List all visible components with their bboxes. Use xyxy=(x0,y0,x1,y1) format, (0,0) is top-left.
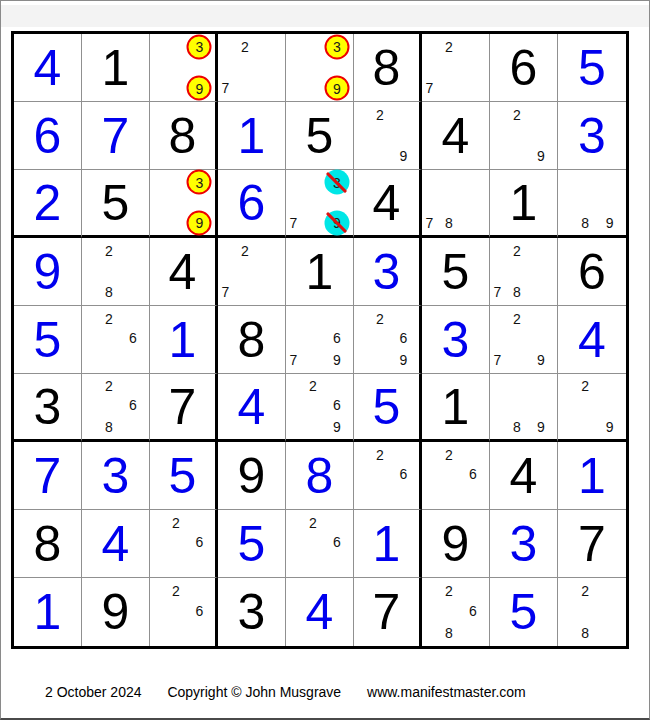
strike-line xyxy=(326,172,347,193)
cell-r7c4[interactable]: 9 xyxy=(218,442,286,510)
cell-value: 1 xyxy=(306,247,334,297)
pencil-mark: 8 xyxy=(445,626,453,640)
pencil-mark: 6 xyxy=(129,398,137,412)
footer: 2 October 2024 Copyright © John Musgrave… xyxy=(45,684,526,700)
cell-value: 5 xyxy=(578,43,606,93)
cell-r7c5[interactable]: 8 xyxy=(286,442,354,510)
cell-value: 1 xyxy=(238,111,266,161)
cell-r7c3[interactable]: 5 xyxy=(150,442,218,510)
pencil-mark: 9 xyxy=(606,216,614,230)
cell-r7c7[interactable]: 26 xyxy=(422,442,490,510)
pencil-mark: 6 xyxy=(129,331,137,345)
pencil-mark: 6 xyxy=(399,467,407,481)
cell-r3c8[interactable]: 1 xyxy=(490,170,558,238)
cell-value: 5 xyxy=(34,315,62,365)
cell-r5c6[interactable]: 269 xyxy=(354,306,422,374)
pencil-mark: 7 xyxy=(493,353,501,367)
pencil-mark: 9 xyxy=(537,420,545,434)
cell-value: 7 xyxy=(102,111,130,161)
cell-r8c4[interactable]: 5 xyxy=(218,510,286,578)
cell-value: 4 xyxy=(510,451,538,501)
cell-value: 1 xyxy=(34,587,62,637)
pencil-mark: 6 xyxy=(333,535,341,549)
pencil-mark: 2 xyxy=(513,312,521,326)
pencil-mark: 2 xyxy=(445,40,453,54)
cell-value: 9 xyxy=(238,451,266,501)
candidate-highlight-cyan-struck: 3 xyxy=(324,170,349,195)
cell-value: 3 xyxy=(238,587,266,637)
cell-r3c2[interactable]: 5 xyxy=(82,170,150,238)
cell-r3c1[interactable]: 2 xyxy=(14,170,82,238)
cell-r8c3[interactable]: 26 xyxy=(150,510,218,578)
candidate-highlight-yellow: 3 xyxy=(324,34,349,59)
cell-r5c1[interactable]: 5 xyxy=(14,306,82,374)
pencil-mark: 2 xyxy=(241,40,249,54)
cell-value: 3 xyxy=(34,382,62,432)
cell-value: 4 xyxy=(34,43,62,93)
cell-value: 5 xyxy=(442,247,470,297)
cell-r3c7[interactable]: 78 xyxy=(422,170,490,238)
cell-r7c1[interactable]: 7 xyxy=(14,442,82,510)
pencil-mark: 8 xyxy=(513,420,521,434)
cell-value: 7 xyxy=(578,519,606,569)
cell-r1c3[interactable]: 39 xyxy=(150,34,218,102)
cell-value: 5 xyxy=(306,111,334,161)
candidate-highlight-yellow: 9 xyxy=(324,76,349,101)
cell-value: 3 xyxy=(510,519,538,569)
cell-r3c5[interactable]: 739 xyxy=(286,170,354,238)
pencil-mark: 9 xyxy=(399,353,407,367)
cell-r1c1[interactable]: 4 xyxy=(14,34,82,102)
cell-value: 3 xyxy=(373,247,401,297)
cell-r5c9[interactable]: 4 xyxy=(558,306,626,374)
cell-r5c4[interactable]: 8 xyxy=(218,306,286,374)
cell-value: 6 xyxy=(238,178,266,228)
cell-r5c5[interactable]: 679 xyxy=(286,306,354,374)
cell-r2c7[interactable]: 4 xyxy=(422,102,490,170)
header-strip xyxy=(1,5,649,27)
pencil-mark: 6 xyxy=(469,604,477,618)
cell-r7c8[interactable]: 4 xyxy=(490,442,558,510)
pencil-mark: 7 xyxy=(425,216,433,230)
pencil-mark: 6 xyxy=(333,331,341,345)
pencil-mark: 7 xyxy=(493,285,501,299)
cell-value: 8 xyxy=(34,519,62,569)
cell-r1c5[interactable]: 39 xyxy=(286,34,354,102)
pencil-mark: 2 xyxy=(376,108,384,122)
pencil-mark: 7 xyxy=(289,353,297,367)
pencil-mark: 2 xyxy=(105,244,113,258)
cell-value: 1 xyxy=(169,315,197,365)
cell-r8c5[interactable]: 26 xyxy=(286,510,354,578)
pencil-mark: 2 xyxy=(376,448,384,462)
cell-value: 5 xyxy=(238,519,266,569)
cell-value: 9 xyxy=(34,247,62,297)
cell-r8c1[interactable]: 8 xyxy=(14,510,82,578)
cell-r6c1[interactable]: 3 xyxy=(14,374,82,442)
candidate-highlight-yellow: 9 xyxy=(187,76,212,101)
pencil-mark: 8 xyxy=(581,626,589,640)
pencil-mark: 7 xyxy=(221,285,229,299)
cell-value: 4 xyxy=(373,178,401,228)
pencil-mark: 6 xyxy=(195,604,203,618)
cell-value: 3 xyxy=(102,451,130,501)
cell-value: 5 xyxy=(169,451,197,501)
cell-value: 7 xyxy=(169,382,197,432)
cell-r2c4[interactable]: 1 xyxy=(218,102,286,170)
sudoku-board: 4139273982765678152942932539673947818992… xyxy=(11,31,629,649)
pencil-mark: 2 xyxy=(241,244,249,258)
pencil-mark: 2 xyxy=(309,379,317,393)
cell-r2c6[interactable]: 29 xyxy=(354,102,422,170)
cell-r8c8[interactable]: 3 xyxy=(490,510,558,578)
cell-value: 7 xyxy=(373,587,401,637)
cell-value: 4 xyxy=(578,315,606,365)
cell-value: 6 xyxy=(578,247,606,297)
cell-value: 8 xyxy=(238,315,266,365)
cell-value: 2 xyxy=(34,178,62,228)
cell-r7c2[interactable]: 3 xyxy=(82,442,150,510)
cell-value: 1 xyxy=(373,519,401,569)
cell-value: 8 xyxy=(373,43,401,93)
pencil-mark: 2 xyxy=(581,379,589,393)
pencil-mark: 7 xyxy=(221,81,229,95)
cell-r9c5[interactable]: 4 xyxy=(286,578,354,646)
cell-r3c4[interactable]: 6 xyxy=(218,170,286,238)
cell-r9c7[interactable]: 268 xyxy=(422,578,490,646)
pencil-mark: 2 xyxy=(172,516,180,530)
cell-r2c8[interactable]: 29 xyxy=(490,102,558,170)
cell-value: 8 xyxy=(169,111,197,161)
cell-r9c9[interactable]: 28 xyxy=(558,578,626,646)
cell-r4c4[interactable]: 27 xyxy=(218,238,286,306)
cell-value: 3 xyxy=(442,315,470,365)
pencil-mark: 2 xyxy=(581,584,589,598)
cell-r3c3[interactable]: 39 xyxy=(150,170,218,238)
cell-r9c1[interactable]: 1 xyxy=(14,578,82,646)
cell-value: 4 xyxy=(169,247,197,297)
cell-r4c2[interactable]: 28 xyxy=(82,238,150,306)
cell-r6c8[interactable]: 89 xyxy=(490,374,558,442)
pencil-mark: 2 xyxy=(172,584,180,598)
cell-r8c2[interactable]: 4 xyxy=(82,510,150,578)
pencil-mark: 9 xyxy=(537,353,545,367)
cell-value: 1 xyxy=(102,43,130,93)
cell-r6c2[interactable]: 268 xyxy=(82,374,150,442)
cell-r7c6[interactable]: 26 xyxy=(354,442,422,510)
cell-r9c8[interactable]: 5 xyxy=(490,578,558,646)
pencil-mark: 6 xyxy=(195,535,203,549)
footer-website: www.manifestmaster.com xyxy=(367,684,526,700)
cell-r5c7[interactable]: 3 xyxy=(422,306,490,374)
cell-r5c3[interactable]: 1 xyxy=(150,306,218,374)
cell-r8c6[interactable]: 1 xyxy=(354,510,422,578)
cell-r1c4[interactable]: 27 xyxy=(218,34,286,102)
pencil-mark: 2 xyxy=(309,516,317,530)
pencil-mark: 6 xyxy=(469,467,477,481)
candidate-highlight-yellow: 3 xyxy=(187,170,212,195)
cell-r1c9[interactable]: 5 xyxy=(558,34,626,102)
cell-r4c8[interactable]: 278 xyxy=(490,238,558,306)
cell-r1c8[interactable]: 6 xyxy=(490,34,558,102)
cell-r2c2[interactable]: 7 xyxy=(82,102,150,170)
cell-r8c9[interactable]: 7 xyxy=(558,510,626,578)
pencil-mark: 2 xyxy=(513,108,521,122)
cell-r1c7[interactable]: 27 xyxy=(422,34,490,102)
strike-line xyxy=(326,212,347,233)
cell-value: 1 xyxy=(510,178,538,228)
cell-value: 7 xyxy=(34,451,62,501)
candidate-highlight-yellow: 3 xyxy=(187,34,212,59)
pencil-mark: 8 xyxy=(105,420,113,434)
cell-r4c3[interactable]: 4 xyxy=(150,238,218,306)
cell-value: 9 xyxy=(442,519,470,569)
cell-r4c6[interactable]: 3 xyxy=(354,238,422,306)
pencil-mark: 2 xyxy=(445,584,453,598)
pencil-mark: 2 xyxy=(105,379,113,393)
cell-r4c9[interactable]: 6 xyxy=(558,238,626,306)
cell-value: 5 xyxy=(510,587,538,637)
cell-r9c6[interactable]: 7 xyxy=(354,578,422,646)
cell-value: 5 xyxy=(102,178,130,228)
cell-r6c3[interactable]: 7 xyxy=(150,374,218,442)
pencil-mark: 7 xyxy=(425,81,433,95)
footer-copyright: Copyright © John Musgrave xyxy=(167,684,341,700)
cell-r5c2[interactable]: 26 xyxy=(82,306,150,374)
cell-r7c9[interactable]: 1 xyxy=(558,442,626,510)
cell-r3c9[interactable]: 89 xyxy=(558,170,626,238)
cell-value: 3 xyxy=(578,111,606,161)
pencil-mark: 9 xyxy=(537,149,545,163)
cell-value: 4 xyxy=(442,111,470,161)
cell-r6c5[interactable]: 269 xyxy=(286,374,354,442)
cell-value: 6 xyxy=(34,111,62,161)
cell-value: 1 xyxy=(578,451,606,501)
cell-r6c7[interactable]: 1 xyxy=(422,374,490,442)
pencil-mark: 9 xyxy=(399,149,407,163)
cell-value: 1 xyxy=(442,382,470,432)
pencil-mark: 2 xyxy=(376,312,384,326)
cell-r4c1[interactable]: 9 xyxy=(14,238,82,306)
pencil-mark: 9 xyxy=(333,420,341,434)
cell-r2c3[interactable]: 8 xyxy=(150,102,218,170)
pencil-mark: 9 xyxy=(606,420,614,434)
cell-r1c6[interactable]: 8 xyxy=(354,34,422,102)
footer-date: 2 October 2024 xyxy=(45,684,142,700)
candidate-highlight-yellow: 9 xyxy=(187,210,212,235)
cell-value: 9 xyxy=(102,587,130,637)
cell-value: 4 xyxy=(102,519,130,569)
candidate-highlight-cyan-struck: 9 xyxy=(324,210,349,235)
cell-value: 4 xyxy=(238,382,266,432)
cell-value: 6 xyxy=(510,43,538,93)
cell-r6c6[interactable]: 5 xyxy=(354,374,422,442)
pencil-mark: 7 xyxy=(289,216,297,230)
cell-r6c9[interactable]: 29 xyxy=(558,374,626,442)
pencil-mark: 6 xyxy=(399,331,407,345)
pencil-mark: 8 xyxy=(513,285,521,299)
cell-value: 8 xyxy=(306,451,334,501)
cell-r1c2[interactable]: 1 xyxy=(82,34,150,102)
cell-value: 5 xyxy=(373,382,401,432)
pencil-mark: 2 xyxy=(513,244,521,258)
pencil-mark: 8 xyxy=(445,216,453,230)
cell-r6c4[interactable]: 4 xyxy=(218,374,286,442)
cell-r2c9[interactable]: 3 xyxy=(558,102,626,170)
cell-r4c7[interactable]: 5 xyxy=(422,238,490,306)
cell-r4c5[interactable]: 1 xyxy=(286,238,354,306)
cell-value: 4 xyxy=(306,587,334,637)
cell-r9c3[interactable]: 26 xyxy=(150,578,218,646)
cell-r5c8[interactable]: 279 xyxy=(490,306,558,374)
pencil-mark: 2 xyxy=(445,448,453,462)
pencil-mark: 9 xyxy=(333,353,341,367)
pencil-mark: 6 xyxy=(333,398,341,412)
cell-r8c7[interactable]: 9 xyxy=(422,510,490,578)
cell-r9c2[interactable]: 9 xyxy=(82,578,150,646)
cell-r3c6[interactable]: 4 xyxy=(354,170,422,238)
cell-r2c5[interactable]: 5 xyxy=(286,102,354,170)
pencil-mark: 2 xyxy=(105,312,113,326)
pencil-mark: 8 xyxy=(105,285,113,299)
pencil-mark: 8 xyxy=(581,216,589,230)
cell-r9c4[interactable]: 3 xyxy=(218,578,286,646)
cell-r2c1[interactable]: 6 xyxy=(14,102,82,170)
